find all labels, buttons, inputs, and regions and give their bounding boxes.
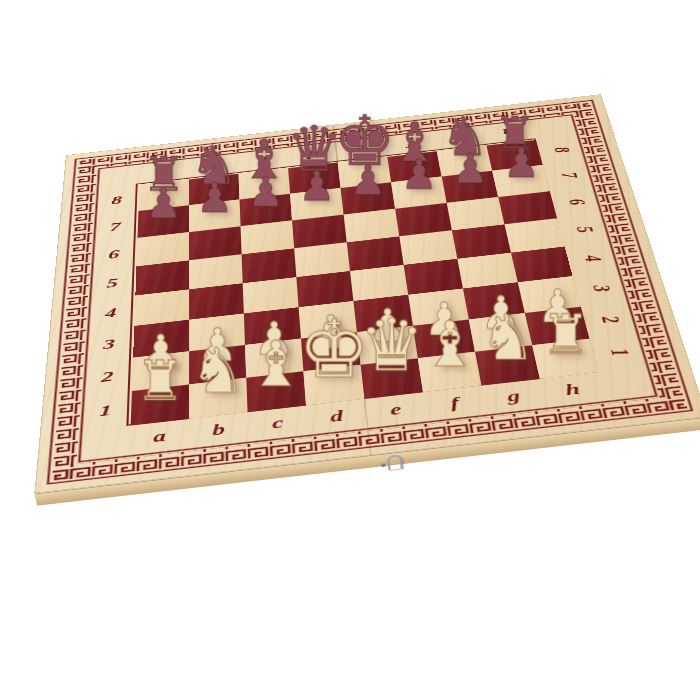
clasp-screw-icon bbox=[381, 463, 386, 467]
piece-black-pawn-b7[interactable]: ♟ bbox=[196, 178, 233, 219]
square-b1[interactable]: ♞ bbox=[189, 378, 247, 419]
piece-white-bishop-f1[interactable]: ♝ bbox=[422, 313, 478, 376]
piece-black-pawn-d7[interactable]: ♟ bbox=[298, 166, 335, 207]
square-d7[interactable]: ♟ bbox=[290, 188, 344, 220]
piece-white-queen-e1[interactable]: ♛ bbox=[360, 310, 425, 382]
square-f1[interactable]: ♝ bbox=[418, 352, 482, 392]
perspective-stage: abcdefgh abcdefgh 87654321 87654321 ♜♞♝♛… bbox=[0, 0, 700, 700]
rank-label-8: 8 bbox=[95, 185, 137, 216]
piece-black-pawn-c7[interactable]: ♟ bbox=[247, 172, 284, 213]
clasp-hook-icon bbox=[387, 454, 403, 470]
chess-board: abcdefgh abcdefgh 87654321 87654321 ♜♞♝♛… bbox=[34, 94, 700, 493]
piece-black-pawn-g7[interactable]: ♟ bbox=[452, 149, 489, 190]
square-d1[interactable]: ♚ bbox=[303, 365, 364, 406]
square-e1[interactable]: ♛ bbox=[361, 358, 423, 399]
square-c7[interactable]: ♟ bbox=[240, 194, 293, 227]
rank-label-2: 2 bbox=[83, 358, 131, 396]
square-a1[interactable]: ♜ bbox=[131, 384, 189, 425]
piece-white-knight-g1[interactable]: ♞ bbox=[480, 307, 536, 370]
piece-white-bishop-c1[interactable]: ♝ bbox=[248, 333, 304, 396]
rank-label-1: 1 bbox=[81, 391, 130, 431]
piece-white-rook-a1[interactable]: ♜ bbox=[135, 354, 184, 409]
piece-white-knight-b1[interactable]: ♞ bbox=[190, 340, 246, 403]
rank-label-right-8: 8 bbox=[534, 137, 590, 163]
clasp-latch bbox=[385, 455, 400, 472]
piece-black-pawn-h7[interactable]: ♟ bbox=[503, 143, 540, 184]
piece-white-rook-h1[interactable]: ♜ bbox=[541, 308, 590, 363]
square-h1[interactable]: ♜ bbox=[532, 339, 598, 379]
piece-black-pawn-f7[interactable]: ♟ bbox=[401, 155, 438, 196]
square-g1[interactable]: ♞ bbox=[475, 345, 540, 385]
square-c1[interactable]: ♝ bbox=[246, 371, 306, 412]
piece-black-pawn-a7[interactable]: ♟ bbox=[145, 184, 182, 225]
rank-label-right-7: 7 bbox=[541, 162, 598, 189]
rank-label-right-6: 6 bbox=[548, 188, 606, 216]
product-photo-scene: abcdefgh abcdefgh 87654321 87654321 ♜♞♝♛… bbox=[0, 0, 700, 700]
piece-black-pawn-e7[interactable]: ♟ bbox=[350, 161, 387, 202]
